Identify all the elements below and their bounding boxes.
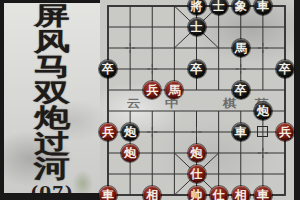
- piece-black-士[interactable]: 士: [210, 0, 228, 15]
- piece-red-車[interactable]: 車: [254, 186, 272, 200]
- piece-black-車[interactable]: 車: [232, 123, 250, 141]
- piece-red-兵[interactable]: 兵: [276, 123, 294, 141]
- piece-red-車[interactable]: 車: [99, 186, 117, 200]
- river-watermark-char: 棋: [223, 96, 237, 111]
- piece-red-炮[interactable]: 炮: [121, 144, 139, 162]
- piece-black-士[interactable]: 士: [188, 18, 206, 36]
- title-char: 河: [4, 155, 100, 182]
- piece-red-炮[interactable]: 炮: [188, 144, 206, 162]
- piece-red-帅[interactable]: 帅: [188, 186, 206, 200]
- piece-red-兵[interactable]: 兵: [99, 123, 117, 141]
- piece-black-馬[interactable]: 馬: [232, 39, 250, 57]
- piece-black-卒[interactable]: 卒: [99, 60, 117, 78]
- piece-black-炮[interactable]: 炮: [254, 102, 272, 120]
- piece-red-相[interactable]: 相: [143, 186, 161, 200]
- piece-black-卒[interactable]: 卒: [276, 60, 294, 78]
- title-panel: 屏风马双炮过河(07): [4, 3, 100, 193]
- piece-red-仕[interactable]: 仕: [210, 186, 228, 200]
- last-move-marker: [257, 126, 268, 137]
- piece-black-將[interactable]: 將: [188, 0, 206, 15]
- piece-red-相[interactable]: 相: [232, 186, 250, 200]
- piece-black-卒[interactable]: 卒: [188, 60, 206, 78]
- piece-black-炮[interactable]: 炮: [121, 123, 139, 141]
- xiangqi-board[interactable]: 云中棋苑將士象車士馬卒卒卒兵馬卒炮兵炮車兵炮炮仕車相帅仕相車: [100, 0, 294, 200]
- river-watermark-char: 云: [127, 96, 141, 111]
- app-window: 屏风马双炮过河(07) 云中棋苑將士象車士馬卒卒卒兵馬卒炮兵炮車兵炮炮仕車相帅仕…: [0, 0, 300, 200]
- piece-red-仕[interactable]: 仕: [188, 165, 206, 183]
- piece-black-卒[interactable]: 卒: [232, 81, 250, 99]
